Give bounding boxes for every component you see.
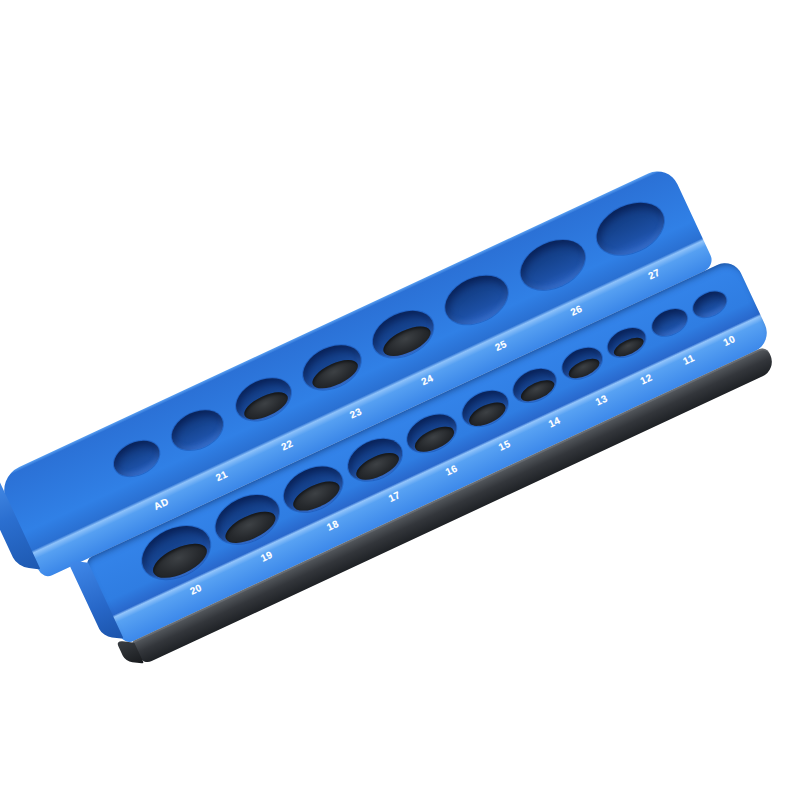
size-label: 25 xyxy=(493,338,508,353)
socket-hole-back-AD: AD xyxy=(97,410,176,506)
size-label: 16 xyxy=(444,463,459,478)
socket-hole-opening xyxy=(166,402,230,457)
socket-hole-back-26: 26 xyxy=(504,212,601,317)
magnet-bottom xyxy=(466,398,508,430)
socket-hole-opening xyxy=(401,407,462,460)
socket-hole-opening xyxy=(557,342,607,385)
socket-hole-back-21: 21 xyxy=(155,381,239,480)
magnet-bottom xyxy=(308,354,361,394)
socket-hole-back-27: 27 xyxy=(580,175,680,281)
size-label: 11 xyxy=(681,352,696,367)
socket-hole-opening xyxy=(689,286,730,322)
socket-hole-back-25: 25 xyxy=(429,248,524,352)
socket-hole-opening xyxy=(438,266,516,334)
socket-hole-opening xyxy=(603,322,650,362)
size-label: 23 xyxy=(348,406,363,421)
magnet-bottom xyxy=(566,354,603,382)
size-label: 19 xyxy=(259,549,274,564)
size-label: 10 xyxy=(721,333,736,348)
socket-hole-opening xyxy=(365,302,441,367)
socket-hole-opening xyxy=(588,192,672,265)
socket-hole-opening xyxy=(512,230,593,300)
magnet-bottom xyxy=(289,475,343,516)
size-label: 12 xyxy=(639,372,654,387)
size-label: 13 xyxy=(594,393,609,408)
size-label: 22 xyxy=(279,438,294,453)
magnet-bottom xyxy=(412,422,457,456)
size-label: 21 xyxy=(214,468,229,483)
socket-hole-back-22: 22 xyxy=(219,349,307,450)
size-label: 17 xyxy=(387,489,402,504)
magnet-bottom xyxy=(353,448,403,486)
size-label: 14 xyxy=(547,415,562,430)
socket-hole-opening xyxy=(508,362,561,408)
size-label: 27 xyxy=(646,267,661,282)
size-label: 26 xyxy=(569,303,584,318)
socket-organizer-tray: AD21222324252627 2019181716151413121110 xyxy=(0,156,784,688)
magnet-bottom xyxy=(611,334,646,360)
size-label: 20 xyxy=(188,582,203,597)
magnet-bottom xyxy=(517,376,556,406)
socket-hole-opening xyxy=(296,336,368,398)
size-label: 24 xyxy=(419,372,434,387)
size-label: 15 xyxy=(497,438,512,453)
socket-hole-opening xyxy=(108,434,165,483)
socket-hole-opening xyxy=(647,304,691,341)
magnet-bottom xyxy=(221,505,280,549)
socket-hole-back-23: 23 xyxy=(286,317,377,419)
socket-hole-opening xyxy=(276,457,350,520)
socket-hole-opening xyxy=(456,384,513,433)
socket-hole-opening xyxy=(229,370,298,429)
size-label: 18 xyxy=(325,518,340,533)
product-photo: AD21222324252627 2019181716151413121110 xyxy=(0,0,800,800)
magnet-bottom xyxy=(379,320,435,362)
socket-hole-back-24: 24 xyxy=(356,283,450,386)
magnet-bottom xyxy=(241,387,292,425)
socket-hole-opening xyxy=(341,431,409,490)
magnet-bottom xyxy=(148,537,211,585)
size-label: AD xyxy=(152,496,170,512)
